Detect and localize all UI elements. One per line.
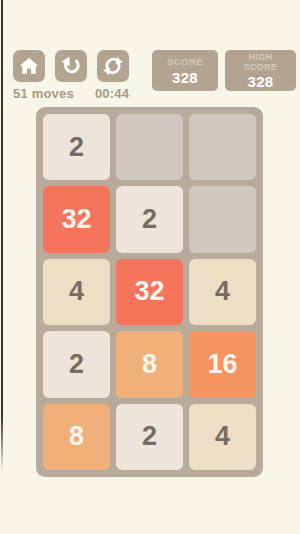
tile-2: 2 xyxy=(43,114,110,180)
score-panel: SCORE 328 xyxy=(152,50,218,91)
tile-4: 4 xyxy=(189,404,256,470)
score-label: SCORE xyxy=(167,57,203,67)
tile-4: 4 xyxy=(189,259,256,325)
home-button[interactable] xyxy=(13,50,45,82)
empty-cell xyxy=(189,114,256,180)
high-score-panel: HIGH SCORE 328 xyxy=(225,50,296,91)
toolbar xyxy=(13,50,129,82)
score-value: 328 xyxy=(172,69,198,86)
game-board[interactable]: 232243242816824 xyxy=(36,107,263,477)
screen-edge-artifact xyxy=(1,0,3,472)
tile-2: 2 xyxy=(116,186,183,252)
restart-icon xyxy=(100,53,126,79)
tile-16: 16 xyxy=(189,331,256,397)
restart-button[interactable] xyxy=(97,50,129,82)
tile-2: 2 xyxy=(43,331,110,397)
empty-cell xyxy=(189,186,256,252)
scoreboard: SCORE 328 HIGH SCORE 328 xyxy=(152,50,296,91)
tile-8: 8 xyxy=(116,331,183,397)
undo-icon xyxy=(58,53,84,79)
timer: 00:44 xyxy=(95,86,129,101)
tile-8: 8 xyxy=(43,404,110,470)
empty-cell xyxy=(116,114,183,180)
high-score-label: HIGH SCORE xyxy=(240,53,282,72)
app-screen: 51 moves 00:44 SCORE 328 HIGH SCORE 328 … xyxy=(0,0,300,534)
moves-counter: 51 moves xyxy=(13,86,74,101)
tile-32: 32 xyxy=(43,186,110,252)
home-icon xyxy=(16,53,42,79)
undo-button[interactable] xyxy=(55,50,87,82)
tile-32: 32 xyxy=(116,259,183,325)
high-score-value: 328 xyxy=(248,73,274,90)
tile-2: 2 xyxy=(116,404,183,470)
tile-4: 4 xyxy=(43,259,110,325)
